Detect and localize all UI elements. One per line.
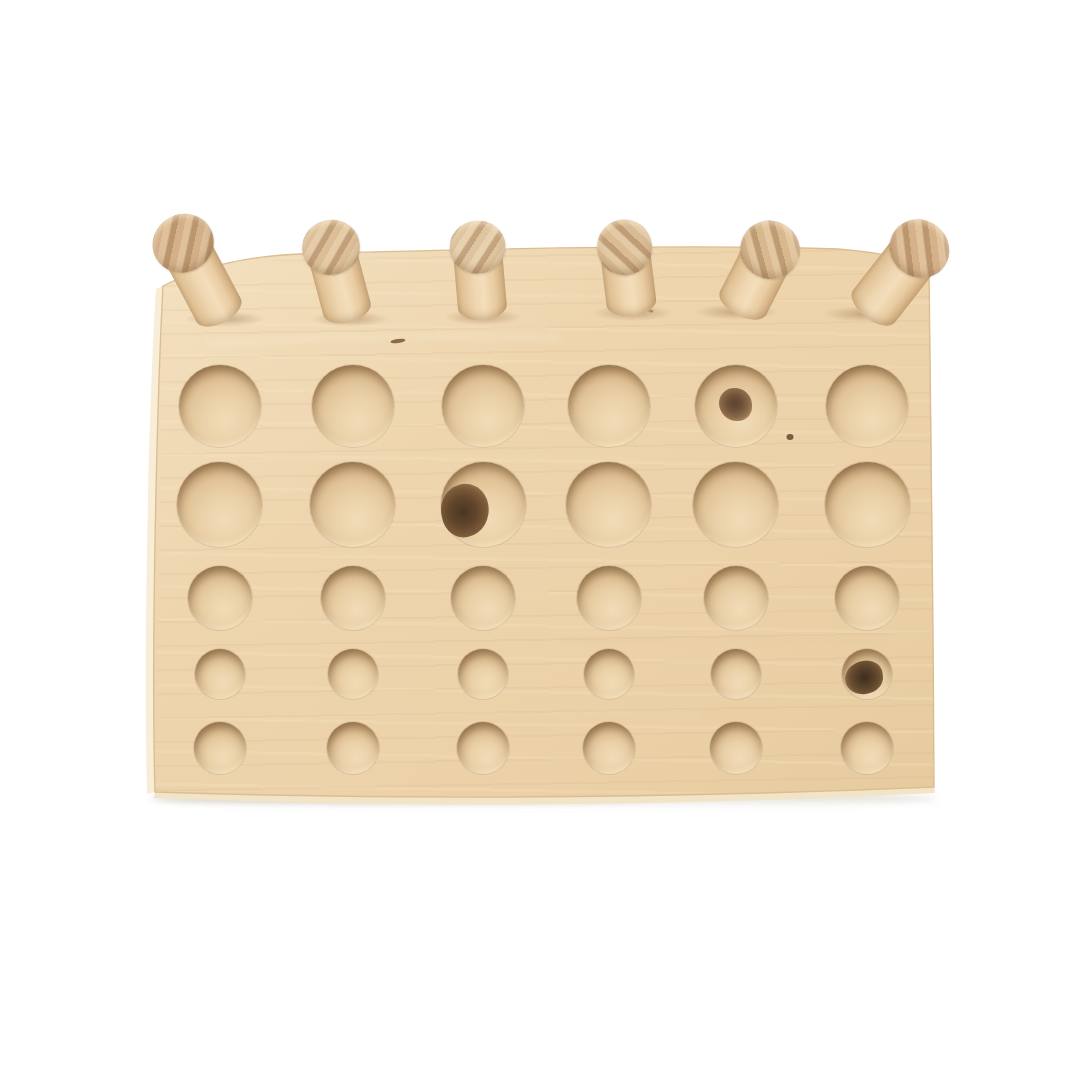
hole-r5c1[interactable] bbox=[194, 722, 246, 774]
hole-r1c3[interactable] bbox=[442, 365, 524, 447]
hole-r1c1[interactable] bbox=[179, 365, 261, 447]
peg-4[interactable] bbox=[600, 245, 658, 319]
hole-r5c3[interactable] bbox=[457, 722, 509, 774]
wood-knot-r2c3 bbox=[436, 480, 494, 541]
hole-r3c4[interactable] bbox=[577, 566, 641, 630]
hole-r2c2[interactable] bbox=[310, 462, 395, 547]
hole-r1c5[interactable] bbox=[695, 365, 777, 447]
hole-r3c1[interactable] bbox=[188, 566, 252, 630]
hole-r1c4[interactable] bbox=[568, 365, 650, 447]
hole-r4c1[interactable] bbox=[195, 649, 245, 699]
hole-r2c6[interactable] bbox=[825, 462, 910, 547]
hole-r3c6[interactable] bbox=[835, 566, 899, 630]
hole-r4c6[interactable] bbox=[842, 649, 892, 699]
hole-r2c1[interactable] bbox=[177, 462, 262, 547]
hole-r4c3[interactable] bbox=[458, 649, 508, 699]
hole-r5c6[interactable] bbox=[841, 722, 893, 774]
holes-grid bbox=[153, 356, 933, 790]
hole-r2c5[interactable] bbox=[693, 462, 778, 547]
hole-r4c4[interactable] bbox=[584, 649, 634, 699]
product-photo-stage bbox=[0, 0, 1080, 1080]
hole-r2c3[interactable] bbox=[441, 462, 526, 547]
hole-r1c2[interactable] bbox=[312, 365, 394, 447]
wood-knot-r4c6 bbox=[843, 658, 885, 696]
hole-r3c2[interactable] bbox=[321, 566, 385, 630]
hole-r3c3[interactable] bbox=[451, 566, 515, 630]
hole-r1c6[interactable] bbox=[826, 365, 908, 447]
hole-r5c2[interactable] bbox=[327, 722, 379, 774]
wood-knot-r1c5 bbox=[719, 388, 752, 421]
hole-r5c4[interactable] bbox=[583, 722, 635, 774]
peg-3[interactable] bbox=[452, 246, 507, 322]
hole-r4c5[interactable] bbox=[711, 649, 761, 699]
hole-r3c5[interactable] bbox=[704, 566, 768, 630]
hole-r2c4[interactable] bbox=[566, 462, 651, 547]
hole-r5c5[interactable] bbox=[710, 722, 762, 774]
hole-r4c2[interactable] bbox=[328, 649, 378, 699]
